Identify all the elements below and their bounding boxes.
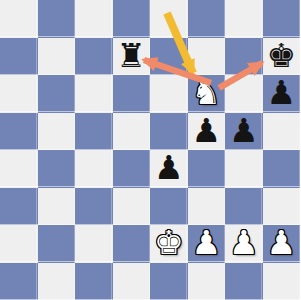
square-g8[interactable]: [225, 0, 263, 38]
square-c1[interactable]: [75, 263, 113, 300]
square-h3[interactable]: [263, 188, 301, 226]
square-g2[interactable]: ♟: [225, 225, 263, 263]
square-f6[interactable]: ♞: [188, 75, 226, 113]
square-b4[interactable]: [38, 150, 76, 188]
square-g7[interactable]: [225, 38, 263, 76]
square-d2[interactable]: [113, 225, 151, 263]
square-c5[interactable]: [75, 113, 113, 151]
square-b7[interactable]: [38, 38, 76, 76]
square-d3[interactable]: [113, 188, 151, 226]
square-e7[interactable]: [150, 38, 188, 76]
square-g3[interactable]: [225, 188, 263, 226]
square-g6[interactable]: [225, 75, 263, 113]
square-f2[interactable]: ♟: [188, 225, 226, 263]
square-f3[interactable]: [188, 188, 226, 226]
piece-black-pawn: ♟: [154, 151, 184, 184]
square-f5[interactable]: ♟: [188, 113, 226, 151]
square-a4[interactable]: [0, 150, 38, 188]
square-d8[interactable]: [113, 0, 151, 38]
square-e4[interactable]: ♟: [150, 150, 188, 188]
square-d4[interactable]: [113, 150, 151, 188]
square-c7[interactable]: [75, 38, 113, 76]
piece-white-knight: ♞: [191, 76, 221, 109]
square-h1[interactable]: [263, 263, 301, 300]
square-f1[interactable]: [188, 263, 226, 300]
square-e1[interactable]: [150, 263, 188, 300]
square-a3[interactable]: [0, 188, 38, 226]
square-e3[interactable]: [150, 188, 188, 226]
square-d1[interactable]: [113, 263, 151, 300]
square-g4[interactable]: [225, 150, 263, 188]
square-e2[interactable]: ♚: [150, 225, 188, 263]
square-c8[interactable]: [75, 0, 113, 38]
square-b8[interactable]: [38, 0, 76, 38]
piece-white-king: ♚: [154, 226, 184, 259]
square-g1[interactable]: [225, 263, 263, 300]
square-a1[interactable]: [0, 263, 38, 300]
square-h2[interactable]: ♟: [263, 225, 301, 263]
piece-black-king: ♚: [266, 39, 296, 72]
square-f7[interactable]: [188, 38, 226, 76]
piece-black-pawn: ♟: [266, 76, 296, 109]
square-a7[interactable]: [0, 38, 38, 76]
square-h4[interactable]: [263, 150, 301, 188]
square-a2[interactable]: [0, 225, 38, 263]
piece-white-pawn: ♟: [229, 226, 259, 259]
square-h6[interactable]: ♟: [263, 75, 301, 113]
chess-board-diagram: ♜♚♞♟♟♟♟♚♟♟♟: [0, 0, 300, 300]
square-a5[interactable]: [0, 113, 38, 151]
square-d5[interactable]: [113, 113, 151, 151]
square-c4[interactable]: [75, 150, 113, 188]
square-h7[interactable]: ♚: [263, 38, 301, 76]
piece-black-rook: ♜: [116, 39, 146, 72]
square-e5[interactable]: [150, 113, 188, 151]
square-f8[interactable]: [188, 0, 226, 38]
square-b1[interactable]: [38, 263, 76, 300]
square-a6[interactable]: [0, 75, 38, 113]
square-h8[interactable]: [263, 0, 301, 38]
square-b2[interactable]: [38, 225, 76, 263]
square-h5[interactable]: [263, 113, 301, 151]
square-c3[interactable]: [75, 188, 113, 226]
square-c6[interactable]: [75, 75, 113, 113]
square-b5[interactable]: [38, 113, 76, 151]
piece-black-pawn: ♟: [191, 114, 221, 147]
square-d6[interactable]: [113, 75, 151, 113]
square-e8[interactable]: [150, 0, 188, 38]
square-b6[interactable]: [38, 75, 76, 113]
square-f4[interactable]: [188, 150, 226, 188]
piece-black-pawn: ♟: [229, 114, 259, 147]
square-d7[interactable]: ♜: [113, 38, 151, 76]
square-c2[interactable]: [75, 225, 113, 263]
piece-white-pawn: ♟: [191, 226, 221, 259]
square-g5[interactable]: ♟: [225, 113, 263, 151]
piece-white-pawn: ♟: [266, 226, 296, 259]
square-b3[interactable]: [38, 188, 76, 226]
square-e6[interactable]: [150, 75, 188, 113]
square-a8[interactable]: [0, 0, 38, 38]
chess-board: ♜♚♞♟♟♟♟♚♟♟♟: [0, 0, 300, 300]
